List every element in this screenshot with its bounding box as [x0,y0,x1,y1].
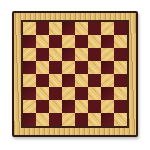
square-d4[interactable] [62,74,75,87]
square-b1[interactable] [36,113,49,126]
square-f1[interactable] [88,113,101,126]
chessboard [12,11,138,137]
square-f3[interactable] [88,87,101,100]
square-b8[interactable] [36,22,49,35]
square-d8[interactable] [62,22,75,35]
square-f8[interactable] [88,22,101,35]
square-b5[interactable] [36,61,49,74]
square-a1[interactable] [23,113,36,126]
square-g4[interactable] [101,74,114,87]
square-h3[interactable] [114,87,127,100]
square-a5[interactable] [23,61,36,74]
square-b2[interactable] [36,100,49,113]
square-b4[interactable] [36,74,49,87]
square-c7[interactable] [49,35,62,48]
square-e8[interactable] [75,22,88,35]
square-g3[interactable] [101,87,114,100]
square-a4[interactable] [23,74,36,87]
square-f2[interactable] [88,100,101,113]
square-a6[interactable] [23,48,36,61]
board-inlay-border [21,20,129,128]
square-e7[interactable] [75,35,88,48]
square-b3[interactable] [36,87,49,100]
photo-background [0,0,150,150]
square-f6[interactable] [88,48,101,61]
square-e5[interactable] [75,61,88,74]
square-c8[interactable] [49,22,62,35]
square-h7[interactable] [114,35,127,48]
square-h4[interactable] [114,74,127,87]
square-a2[interactable] [23,100,36,113]
square-g1[interactable] [101,113,114,126]
square-a3[interactable] [23,87,36,100]
square-c3[interactable] [49,87,62,100]
square-h8[interactable] [114,22,127,35]
square-h2[interactable] [114,100,127,113]
square-e6[interactable] [75,48,88,61]
square-d7[interactable] [62,35,75,48]
square-d5[interactable] [62,61,75,74]
square-c2[interactable] [49,100,62,113]
square-h5[interactable] [114,61,127,74]
square-g8[interactable] [101,22,114,35]
square-a8[interactable] [23,22,36,35]
square-h6[interactable] [114,48,127,61]
square-d1[interactable] [62,113,75,126]
square-b7[interactable] [36,35,49,48]
square-a7[interactable] [23,35,36,48]
square-c6[interactable] [49,48,62,61]
square-e2[interactable] [75,100,88,113]
square-c5[interactable] [49,61,62,74]
board-grid [23,22,127,126]
square-g5[interactable] [101,61,114,74]
square-e4[interactable] [75,74,88,87]
square-g6[interactable] [101,48,114,61]
square-g2[interactable] [101,100,114,113]
square-f7[interactable] [88,35,101,48]
square-f4[interactable] [88,74,101,87]
square-c1[interactable] [49,113,62,126]
square-c4[interactable] [49,74,62,87]
square-g7[interactable] [101,35,114,48]
square-h1[interactable] [114,113,127,126]
square-b6[interactable] [36,48,49,61]
square-f5[interactable] [88,61,101,74]
square-d6[interactable] [62,48,75,61]
square-d2[interactable] [62,100,75,113]
square-d3[interactable] [62,87,75,100]
square-e1[interactable] [75,113,88,126]
square-e3[interactable] [75,87,88,100]
